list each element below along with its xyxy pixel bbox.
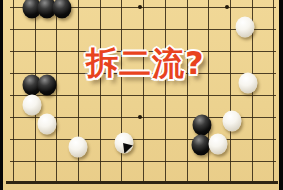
board-horizontal-lines [10, 7, 276, 184]
white-stone[interactable] [222, 111, 241, 132]
white-stone[interactable] [69, 137, 88, 158]
black-stone[interactable] [38, 75, 57, 96]
overlay-title: 拆二流? [86, 45, 205, 81]
star-point [138, 5, 142, 9]
black-stone[interactable] [192, 115, 211, 136]
left-black-bar [0, 0, 3, 190]
star-point [225, 5, 229, 9]
white-stone-marked[interactable] [115, 133, 134, 154]
white-stone[interactable] [208, 133, 227, 154]
right-black-bar [279, 0, 283, 190]
go-thumbnail: 拆二流? [0, 0, 283, 190]
white-stone[interactable] [23, 95, 42, 116]
white-stone[interactable] [239, 73, 258, 94]
black-wedge-marker [115, 133, 134, 154]
white-stone[interactable] [37, 113, 56, 134]
board-bottom-edge [6, 181, 278, 184]
white-stone[interactable] [236, 17, 255, 38]
star-point [138, 115, 142, 119]
